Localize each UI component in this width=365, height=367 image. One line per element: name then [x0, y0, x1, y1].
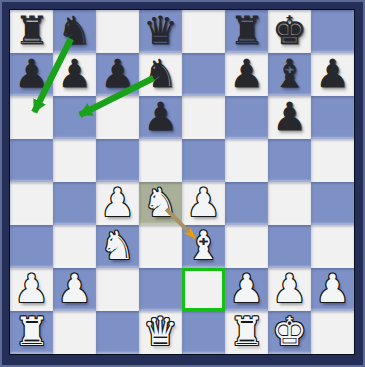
white-king-piece[interactable]: ♚: [272, 310, 307, 353]
black-knight-piece[interactable]: ♞: [57, 9, 92, 52]
square-e6[interactable]: [182, 96, 225, 139]
white-pawn-piece[interactable]: ♟: [186, 181, 221, 224]
black-knight-piece[interactable]: ♞: [143, 52, 178, 95]
square-d7[interactable]: ♞: [139, 53, 182, 96]
square-d5[interactable]: [139, 139, 182, 182]
square-h1[interactable]: [311, 311, 354, 354]
square-b5[interactable]: [53, 139, 96, 182]
white-rook-piece[interactable]: ♜: [229, 310, 264, 353]
square-h7[interactable]: ♟: [311, 53, 354, 96]
square-g8[interactable]: ♚: [268, 10, 311, 53]
square-a5[interactable]: [10, 139, 53, 182]
white-pawn-piece[interactable]: ♟: [100, 181, 135, 224]
square-c1[interactable]: [96, 311, 139, 354]
black-pawn-piece[interactable]: ♟: [229, 52, 264, 95]
square-b7[interactable]: ♟: [53, 53, 96, 96]
black-pawn-piece[interactable]: ♟: [315, 52, 350, 95]
square-f2[interactable]: ♟: [225, 268, 268, 311]
square-g6[interactable]: ♟: [268, 96, 311, 139]
square-b6[interactable]: [53, 96, 96, 139]
black-bishop-piece[interactable]: ♝: [272, 52, 307, 95]
white-pawn-piece[interactable]: ♟: [229, 267, 264, 310]
black-king-piece[interactable]: ♚: [272, 9, 307, 52]
square-g2[interactable]: ♟: [268, 268, 311, 311]
square-f4[interactable]: [225, 182, 268, 225]
square-c2[interactable]: [96, 268, 139, 311]
square-b3[interactable]: [53, 225, 96, 268]
square-d3[interactable]: [139, 225, 182, 268]
square-a3[interactable]: [10, 225, 53, 268]
square-a7[interactable]: ♟: [10, 53, 53, 96]
black-queen-piece[interactable]: ♛: [143, 9, 178, 52]
square-c7[interactable]: ♟: [96, 53, 139, 96]
square-e1[interactable]: [182, 311, 225, 354]
white-knight-piece[interactable]: ♞: [143, 181, 178, 224]
black-rook-piece[interactable]: ♜: [14, 9, 49, 52]
square-f8[interactable]: ♜: [225, 10, 268, 53]
square-b4[interactable]: [53, 182, 96, 225]
square-e3[interactable]: ♝: [182, 225, 225, 268]
black-pawn-piece[interactable]: ♟: [272, 95, 307, 138]
square-d2[interactable]: [139, 268, 182, 311]
square-h2[interactable]: ♟: [311, 268, 354, 311]
square-b1[interactable]: [53, 311, 96, 354]
white-bishop-piece[interactable]: ♝: [186, 224, 221, 267]
black-pawn-piece[interactable]: ♟: [14, 52, 49, 95]
white-pawn-piece[interactable]: ♟: [315, 267, 350, 310]
square-b2[interactable]: ♟: [53, 268, 96, 311]
square-f3[interactable]: [225, 225, 268, 268]
square-e8[interactable]: [182, 10, 225, 53]
white-pawn-piece[interactable]: ♟: [57, 267, 92, 310]
square-a8[interactable]: ♜: [10, 10, 53, 53]
square-b8[interactable]: ♞: [53, 10, 96, 53]
square-e2[interactable]: [182, 268, 225, 311]
square-d1[interactable]: ♛: [139, 311, 182, 354]
square-h3[interactable]: [311, 225, 354, 268]
square-e7[interactable]: [182, 53, 225, 96]
square-c4[interactable]: ♟: [96, 182, 139, 225]
square-c3[interactable]: ♞: [96, 225, 139, 268]
square-c6[interactable]: [96, 96, 139, 139]
square-e5[interactable]: [182, 139, 225, 182]
black-pawn-piece[interactable]: ♟: [57, 52, 92, 95]
square-f1[interactable]: ♜: [225, 311, 268, 354]
chess-board: ♜♞♛♜♚♟♟♟♞♟♝♟♟♟♟♞♟♞♝♟♟♟♟♟♜♛♜♚: [10, 10, 354, 354]
square-d6[interactable]: ♟: [139, 96, 182, 139]
black-pawn-piece[interactable]: ♟: [143, 95, 178, 138]
square-h6[interactable]: [311, 96, 354, 139]
square-a6[interactable]: [10, 96, 53, 139]
square-a4[interactable]: [10, 182, 53, 225]
white-queen-piece[interactable]: ♛: [143, 310, 178, 353]
white-pawn-piece[interactable]: ♟: [14, 267, 49, 310]
square-h4[interactable]: [311, 182, 354, 225]
square-c5[interactable]: [96, 139, 139, 182]
square-a1[interactable]: ♜: [10, 311, 53, 354]
square-d4[interactable]: ♞: [139, 182, 182, 225]
white-rook-piece[interactable]: ♜: [14, 310, 49, 353]
square-g3[interactable]: [268, 225, 311, 268]
square-f7[interactable]: ♟: [225, 53, 268, 96]
white-knight-piece[interactable]: ♞: [100, 224, 135, 267]
square-g7[interactable]: ♝: [268, 53, 311, 96]
square-g5[interactable]: [268, 139, 311, 182]
white-pawn-piece[interactable]: ♟: [272, 267, 307, 310]
square-g1[interactable]: ♚: [268, 311, 311, 354]
square-d8[interactable]: ♛: [139, 10, 182, 53]
square-f5[interactable]: [225, 139, 268, 182]
square-c8[interactable]: [96, 10, 139, 53]
square-h8[interactable]: [311, 10, 354, 53]
square-h5[interactable]: [311, 139, 354, 182]
square-f6[interactable]: [225, 96, 268, 139]
black-pawn-piece[interactable]: ♟: [100, 52, 135, 95]
black-rook-piece[interactable]: ♜: [229, 9, 264, 52]
square-g4[interactable]: [268, 182, 311, 225]
chess-app-frame: ♜♞♛♜♚♟♟♟♞♟♝♟♟♟♟♞♟♞♝♟♟♟♟♟♜♛♜♚: [0, 0, 365, 367]
square-e4[interactable]: ♟: [182, 182, 225, 225]
square-a2[interactable]: ♟: [10, 268, 53, 311]
